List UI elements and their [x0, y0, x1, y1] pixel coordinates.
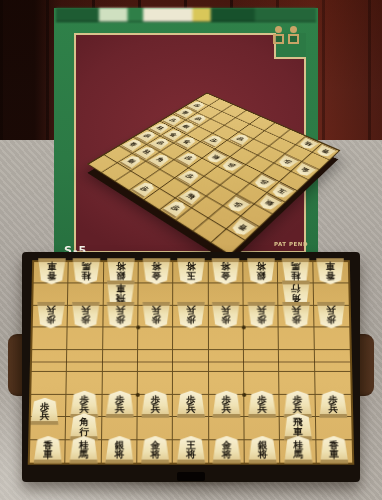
shogi-board-surface: 香車桂馬銀将金将玉将金将銀将桂馬香車飛車角行歩兵歩兵歩兵歩兵歩兵歩兵歩兵歩兵歩兵…	[28, 260, 355, 465]
shogi-piece[interactable]: 歩兵	[141, 302, 170, 328]
shogi-piece[interactable]: 歩兵	[212, 302, 241, 328]
box-art-piece: 歩	[202, 134, 226, 148]
shogi-piece[interactable]: 香車	[316, 258, 345, 284]
shogi-piece[interactable]: 歩兵	[105, 391, 134, 418]
scene: 歩香歩桂歩香歩銀金歩桂銀金角歩歩歩歩銀歩歩飛歩桂歩歩歩香金玉銀香 自動ロック装置…	[0, 0, 382, 500]
star-point	[242, 393, 246, 397]
shogi-piece[interactable]: 金将	[212, 436, 241, 463]
shogi-piece[interactable]: 歩兵	[141, 391, 170, 418]
shogi-piece[interactable]: 銀将	[105, 436, 135, 463]
box-art-piece: 金	[175, 135, 199, 149]
box-art-piece: 角	[147, 152, 172, 167]
box-art-piece: 桂	[297, 137, 320, 151]
shogi-piece[interactable]: 歩兵	[317, 302, 346, 328]
shogi-piece[interactable]: 歩兵	[282, 302, 311, 328]
shogi-piece[interactable]: 銀将	[246, 258, 275, 284]
shogi-piece[interactable]: 歩兵	[176, 391, 205, 418]
shogi-piece[interactable]: 歩兵	[212, 391, 241, 418]
box-art-piece: 歩	[176, 168, 202, 185]
star-point	[242, 326, 246, 330]
shogi-piece[interactable]: 歩兵	[318, 391, 348, 418]
box-lid-print	[56, 8, 316, 22]
shogi-piece[interactable]: 香車	[37, 258, 66, 284]
shogi-piece[interactable]: 王将	[176, 436, 205, 463]
shogi-piece[interactable]: 玉将	[177, 258, 206, 284]
shogi-piece[interactable]: 香車	[319, 436, 349, 463]
shogi-piece[interactable]: 桂馬	[72, 258, 101, 284]
fold-latch[interactable]	[177, 472, 205, 481]
shogi-piece[interactable]: 歩兵	[247, 302, 276, 328]
pat-pend-label: PAT PEND	[274, 241, 308, 247]
board-frame: 香車桂馬銀将金将玉将金将銀将桂馬香車飛車角行歩兵歩兵歩兵歩兵歩兵歩兵歩兵歩兵歩兵…	[22, 252, 360, 482]
box-art-piece: 銀	[204, 150, 229, 165]
box-front-panel: 歩香歩桂歩香歩銀金歩桂銀金角歩歩歩歩銀歩歩飛歩桂歩歩歩香金玉銀香 自動ロック装置…	[74, 33, 306, 253]
box-art-piece: 歩	[176, 151, 201, 166]
shogi-piece[interactable]: 歩兵	[247, 391, 276, 418]
star-point	[136, 393, 140, 397]
box-art-piece: 歩	[275, 154, 300, 170]
box-art-piece: 歩	[229, 132, 252, 146]
piece-layer: 香車桂馬銀将金将玉将金将銀将桂馬香車飛車角行歩兵歩兵歩兵歩兵歩兵歩兵歩兵歩兵歩兵…	[30, 262, 352, 463]
shogi-piece[interactable]: 歩兵	[177, 302, 206, 328]
box-art-piece: 歩	[251, 174, 277, 191]
shogi-piece[interactable]: 歩兵	[30, 398, 60, 425]
shogi-piece[interactable]: 金将	[142, 258, 171, 284]
product-box: 歩香歩桂歩香歩銀金歩桂銀金角歩歩歩歩銀歩歩飛歩桂歩歩歩香金玉銀香 自動ロック装置…	[54, 8, 318, 258]
star-point	[136, 326, 140, 330]
box-art: 歩香歩桂歩香歩銀金歩桂銀金角歩歩歩歩銀歩歩飛歩桂歩歩歩香金玉銀香	[76, 35, 304, 251]
shogi-piece[interactable]: 歩兵	[106, 302, 135, 328]
box-art-piece: 歩	[225, 195, 253, 214]
shogi-piece[interactable]: 銀将	[248, 436, 278, 463]
shogi-piece[interactable]: 香車	[33, 436, 63, 463]
shogi-piece[interactable]: 金将	[140, 436, 169, 463]
box-art-board: 歩香歩桂歩香歩銀金歩桂銀金角歩歩歩歩銀歩歩飛歩桂歩歩歩香金玉銀香	[87, 92, 341, 255]
shogi-piece[interactable]: 桂馬	[69, 436, 99, 463]
shogi-board-unit: 香車桂馬銀将金将玉将金将銀将桂馬香車飛車角行歩兵歩兵歩兵歩兵歩兵歩兵歩兵歩兵歩兵…	[10, 250, 372, 488]
shogi-piece[interactable]: 歩兵	[71, 302, 100, 328]
shogi-piece[interactable]: 桂馬	[283, 436, 313, 463]
shogi-piece[interactable]: 歩兵	[36, 302, 65, 328]
box-art-piece: 歩	[219, 157, 244, 173]
shogi-piece[interactable]: 金将	[212, 258, 241, 284]
